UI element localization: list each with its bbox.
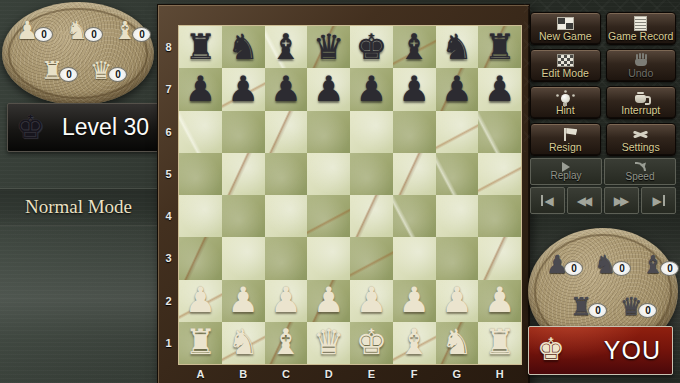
square-c1[interactable]: ♝ <box>265 322 308 364</box>
rank-label-3: 3 <box>158 237 179 279</box>
black-bishop: ♝ <box>270 30 301 65</box>
square-g7[interactable]: ♟ <box>436 68 479 110</box>
undo-button: Undo <box>606 49 677 82</box>
captured-white-pawn-slot: ♟0 <box>16 18 53 43</box>
square-f2[interactable]: ♟ <box>393 280 436 322</box>
square-g3[interactable] <box>436 237 479 279</box>
square-h7[interactable]: ♟ <box>478 68 521 110</box>
white-bishop: ♝ <box>398 325 429 360</box>
white-bishop: ♝ <box>270 325 301 360</box>
hint-button[interactable]: Hint <box>530 86 601 119</box>
square-d6[interactable] <box>307 111 350 153</box>
edit-mode-label: Edit Mode <box>542 68 589 79</box>
chess-app-screen: ♟0♞0♝0♜0♛0 ♚ Level 30 Normal Mode 876543… <box>0 0 680 383</box>
game-mode-label: Normal Mode <box>25 196 132 218</box>
square-a5[interactable] <box>179 153 222 195</box>
square-f1[interactable]: ♝ <box>393 322 436 364</box>
square-e4[interactable] <box>350 195 393 237</box>
square-f6[interactable] <box>393 111 436 153</box>
white-rook: ♜ <box>484 325 515 360</box>
hint-label: Hint <box>556 105 575 116</box>
new-game-button[interactable]: New Game <box>530 12 601 45</box>
file-label-f: F <box>393 364 436 383</box>
new-game-icon <box>557 17 574 30</box>
captured-black-queen-slot: ♛0 <box>620 294 657 319</box>
black-pawn: ♟ <box>185 72 216 107</box>
captured-count-badge: 0 <box>660 261 679 276</box>
square-c6[interactable] <box>265 111 308 153</box>
replay-button: Replay <box>530 158 602 185</box>
rank-label-7: 7 <box>158 68 179 110</box>
square-h8[interactable]: ♜ <box>478 26 521 68</box>
square-g2[interactable]: ♟ <box>436 280 479 322</box>
white-pawn: ♟ <box>398 283 429 318</box>
speed-label: Speed <box>626 172 655 182</box>
game-record-button[interactable]: Game Record <box>606 12 677 45</box>
square-d5[interactable] <box>307 153 350 195</box>
white-king: ♚ <box>356 325 387 360</box>
fast-forward-button: ▶▶ <box>604 187 639 214</box>
square-g1[interactable]: ♞ <box>436 322 479 364</box>
square-d1[interactable]: ♛ <box>307 322 350 364</box>
interrupt-label: Interrupt <box>621 105 660 116</box>
black-bishop: ♝ <box>398 30 429 65</box>
square-d3[interactable] <box>307 237 350 279</box>
captured-white-queen-slot: ♛0 <box>90 58 127 83</box>
chess-board: 87654321 ♜♞♝♛♚♝♞♜♟♟♟♟♟♟♟♟♟♟♟♟♟♟♟♟♜♞♝♛♚♝♞… <box>157 4 530 383</box>
interrupt-icon <box>635 95 646 103</box>
edit-mode-button[interactable]: Edit Mode <box>530 49 601 82</box>
black-king-icon: ♚ <box>16 111 45 143</box>
speed-button: Speed <box>604 158 676 185</box>
file-labels: ABCDEFGH <box>179 364 521 383</box>
square-d4[interactable] <box>307 195 350 237</box>
resign-icon <box>564 128 566 141</box>
black-pawn: ♟ <box>227 72 258 107</box>
captured-black-bishop-slot: ♝0 <box>642 252 679 277</box>
square-h6[interactable] <box>478 111 521 153</box>
black-knight: ♞ <box>441 30 472 65</box>
player-indicator: ♚ YOU <box>528 326 673 375</box>
rank-label-5: 5 <box>158 153 179 195</box>
square-b7[interactable]: ♟ <box>222 68 265 110</box>
square-e3[interactable] <box>350 237 393 279</box>
player-label: YOU <box>604 336 661 365</box>
square-b6[interactable] <box>222 111 265 153</box>
square-h2[interactable]: ♟ <box>478 280 521 322</box>
settings-button[interactable]: Settings <box>606 123 677 156</box>
white-pawn: ♟ <box>227 283 258 318</box>
resign-label: Resign <box>549 142 582 153</box>
square-f5[interactable] <box>393 153 436 195</box>
black-pawn: ♟ <box>484 72 515 107</box>
square-a2[interactable]: ♟ <box>179 280 222 322</box>
square-f7[interactable]: ♟ <box>393 68 436 110</box>
captured-black-knight-slot: ♞0 <box>594 252 631 277</box>
square-d7[interactable]: ♟ <box>307 68 350 110</box>
file-label-b: B <box>222 364 265 383</box>
white-queen: ♛ <box>313 325 344 360</box>
captured-count-badge: 0 <box>612 261 631 276</box>
square-b1[interactable]: ♞ <box>222 322 265 364</box>
rank-label-2: 2 <box>158 280 179 322</box>
black-rook: ♜ <box>484 30 515 65</box>
resign-button[interactable]: Resign <box>530 123 601 156</box>
captured-white-tray: ♟0♞0♝0♜0♛0 <box>2 2 154 105</box>
skip-start-icon: ◀ <box>544 194 553 208</box>
fast-forward-icon: ▶▶ <box>614 194 626 208</box>
square-f3[interactable] <box>393 237 436 279</box>
board-grid: ♜♞♝♛♚♝♞♜♟♟♟♟♟♟♟♟♟♟♟♟♟♟♟♟♜♞♝♛♚♝♞♜ <box>179 26 521 364</box>
white-pawn: ♟ <box>356 283 387 318</box>
square-b4[interactable] <box>222 195 265 237</box>
captured-count-badge: 0 <box>108 67 127 82</box>
white-rook: ♜ <box>185 325 216 360</box>
square-g6[interactable] <box>436 111 479 153</box>
square-b8[interactable]: ♞ <box>222 26 265 68</box>
file-label-h: H <box>478 364 521 383</box>
square-e8[interactable]: ♚ <box>350 26 393 68</box>
file-label-e: E <box>350 364 393 383</box>
captured-count-badge: 0 <box>84 27 103 42</box>
speed-arrow-icon <box>635 162 646 171</box>
black-king: ♚ <box>356 30 387 65</box>
square-a8[interactable]: ♜ <box>179 26 222 68</box>
square-g8[interactable]: ♞ <box>436 26 479 68</box>
level-indicator: ♚ Level 30 <box>7 103 159 152</box>
black-pawn: ♟ <box>356 72 387 107</box>
black-rook: ♜ <box>185 30 216 65</box>
captured-black-rook-slot: ♜0 <box>570 294 607 319</box>
square-a7[interactable]: ♟ <box>179 68 222 110</box>
file-label-c: C <box>265 364 308 383</box>
skip-end-icon: ▶ <box>652 194 661 208</box>
skip-end-icon <box>663 195 665 206</box>
edit-mode-icon <box>557 54 574 67</box>
replay-panel: Replay Speed ◀◀◀▶▶▶ <box>530 158 676 214</box>
black-pawn: ♟ <box>270 72 301 107</box>
square-e6[interactable] <box>350 111 393 153</box>
white-king-icon: ♚ <box>537 334 565 365</box>
interrupt-button[interactable]: Interrupt <box>606 86 677 119</box>
captured-count-badge: 0 <box>564 261 583 276</box>
file-label-a: A <box>179 364 222 383</box>
game-mode-box: Normal Mode <box>0 188 157 226</box>
square-d8[interactable]: ♛ <box>307 26 350 68</box>
settings-label: Settings <box>622 142 660 153</box>
captured-white-knight-slot: ♞0 <box>66 18 103 43</box>
square-g4[interactable] <box>436 195 479 237</box>
square-g5[interactable] <box>436 153 479 195</box>
square-a6[interactable] <box>179 111 222 153</box>
white-pawn: ♟ <box>313 283 344 318</box>
rank-labels: 87654321 <box>158 26 179 364</box>
captured-white-bishop-slot: ♝0 <box>114 18 151 43</box>
game-record-label: Game Record <box>608 31 673 42</box>
rewind-icon: ◀◀ <box>577 194 589 208</box>
black-pawn: ♟ <box>398 72 429 107</box>
rank-label-4: 4 <box>158 195 179 237</box>
skip-end-button: ▶ <box>641 187 676 214</box>
file-label-g: G <box>436 364 479 383</box>
captured-count-badge: 0 <box>132 27 151 42</box>
square-c2[interactable]: ♟ <box>265 280 308 322</box>
square-h3[interactable] <box>478 237 521 279</box>
white-pawn: ♟ <box>441 283 472 318</box>
game-record-icon <box>634 16 647 31</box>
black-queen: ♛ <box>313 30 344 65</box>
square-c5[interactable] <box>265 153 308 195</box>
file-label-d: D <box>307 364 350 383</box>
square-h4[interactable] <box>478 195 521 237</box>
settings-icon <box>633 128 648 141</box>
black-pawn: ♟ <box>441 72 472 107</box>
white-pawn: ♟ <box>185 283 216 318</box>
square-e1[interactable]: ♚ <box>350 322 393 364</box>
level-label: Level 30 <box>62 114 149 141</box>
undo-label: Undo <box>628 68 653 79</box>
square-f8[interactable]: ♝ <box>393 26 436 68</box>
new-game-label: New Game <box>539 31 592 42</box>
square-e5[interactable] <box>350 153 393 195</box>
captured-count-badge: 0 <box>588 303 607 318</box>
square-c7[interactable]: ♟ <box>265 68 308 110</box>
square-c8[interactable]: ♝ <box>265 26 308 68</box>
captured-count-badge: 0 <box>638 303 657 318</box>
rewind-button: ◀◀ <box>567 187 602 214</box>
hint-icon <box>561 94 570 103</box>
skip-start-button: ◀ <box>530 187 565 214</box>
white-pawn: ♟ <box>484 283 515 318</box>
square-a1[interactable]: ♜ <box>179 322 222 364</box>
white-pawn: ♟ <box>270 283 301 318</box>
square-e2[interactable]: ♟ <box>350 280 393 322</box>
undo-icon <box>635 59 647 66</box>
rank-label-6: 6 <box>158 111 179 153</box>
square-e7[interactable]: ♟ <box>350 68 393 110</box>
game-button-grid: New GameGame RecordEdit ModeUndoHintInte… <box>530 12 676 156</box>
square-b3[interactable] <box>222 237 265 279</box>
square-h5[interactable] <box>478 153 521 195</box>
white-knight: ♞ <box>227 325 258 360</box>
square-a3[interactable] <box>179 237 222 279</box>
black-pawn: ♟ <box>313 72 344 107</box>
captured-count-badge: 0 <box>34 27 53 42</box>
black-knight: ♞ <box>227 30 258 65</box>
white-knight: ♞ <box>441 325 472 360</box>
rank-label-8: 8 <box>158 26 179 68</box>
captured-white-rook-slot: ♜0 <box>41 58 78 83</box>
square-c3[interactable] <box>265 237 308 279</box>
square-c4[interactable] <box>265 195 308 237</box>
replay-label: Replay <box>550 171 581 181</box>
square-h1[interactable]: ♜ <box>478 322 521 364</box>
square-a4[interactable] <box>179 195 222 237</box>
square-f4[interactable] <box>393 195 436 237</box>
square-d2[interactable]: ♟ <box>307 280 350 322</box>
square-b2[interactable]: ♟ <box>222 280 265 322</box>
rank-label-1: 1 <box>158 322 179 364</box>
skip-start-icon <box>541 195 543 206</box>
square-b5[interactable] <box>222 153 265 195</box>
captured-count-badge: 0 <box>59 67 78 82</box>
captured-black-pawn-slot: ♟0 <box>546 252 583 277</box>
